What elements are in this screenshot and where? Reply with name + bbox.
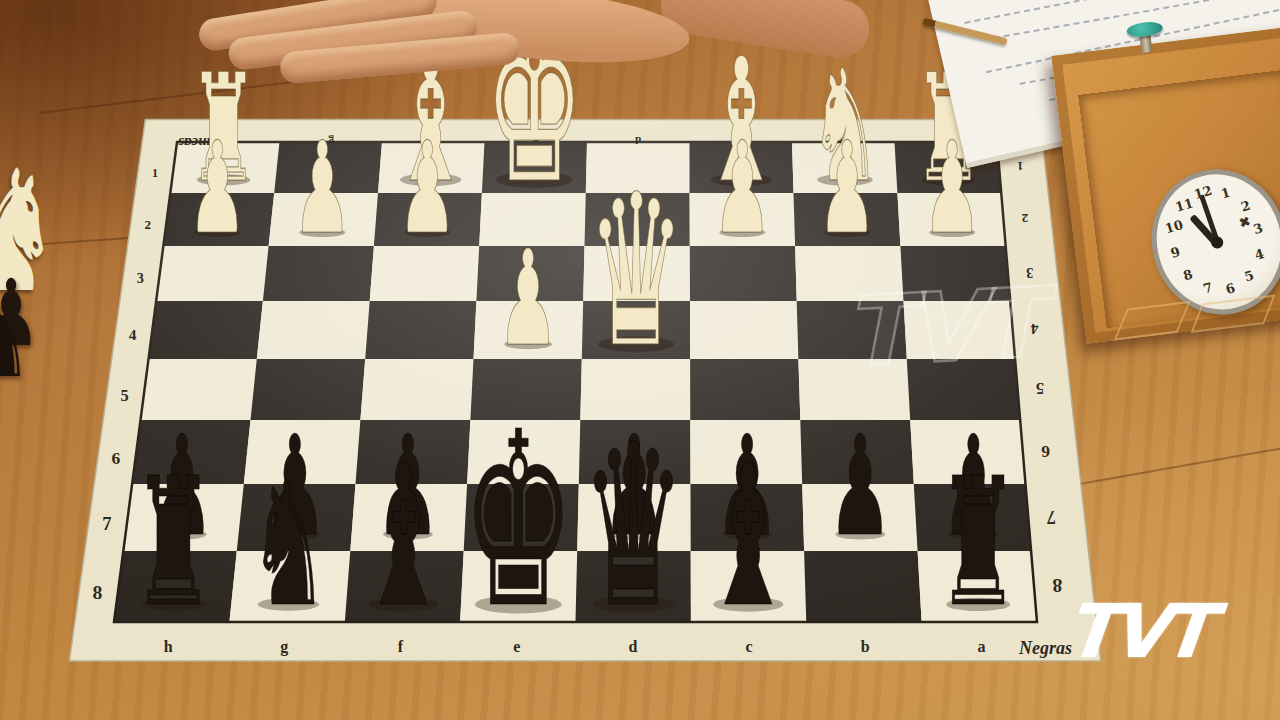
dial-center-cap [1210, 235, 1225, 250]
square-g4[interactable] [257, 301, 370, 359]
piece-white-pawn-g2[interactable]: ♟ [293, 114, 352, 262]
piece-black-rook-h8[interactable]: ♜ [132, 440, 215, 646]
piece-black-king-e8[interactable]: ♚ [462, 381, 574, 661]
clock-number-3: 3 [1252, 220, 1265, 237]
rank-label-left-5: 5 [120, 386, 128, 405]
piece-black-queen-d8[interactable]: ♛ [581, 396, 685, 657]
forearm [657, 0, 873, 62]
rank-label-right-8: 8 [1052, 575, 1062, 597]
clock-number-9: 9 [1169, 244, 1182, 261]
rank-label-left-7: 7 [102, 513, 111, 534]
chess-clock: ✖ 121234567891011 e [1051, 26, 1280, 344]
piece-black-pawn-b7[interactable]: ♟ [828, 406, 892, 567]
red-flag-marker: ✖ [1237, 213, 1252, 230]
clock-number-12: 12 [1192, 183, 1214, 202]
clock-number-1: 1 [1219, 185, 1232, 202]
tv-ghost-watermark: TVT [842, 267, 1041, 389]
square-f4[interactable] [365, 301, 476, 359]
piece-white-pawn-h2[interactable]: ♟ [188, 114, 247, 262]
clock-number-6: 6 [1224, 280, 1237, 297]
clock-number-11: 11 [1173, 195, 1195, 214]
clock-number-10: 10 [1163, 217, 1185, 236]
square-h4[interactable] [149, 301, 263, 359]
piece-white-pawn-e4[interactable]: ♟ [497, 221, 559, 375]
piece-white-queen-d4[interactable]: ♛ [587, 150, 685, 393]
rank-label-left-1: 1 [152, 166, 158, 180]
piece-black-bishop-f8[interactable]: ♝ [358, 424, 449, 651]
piece-black-bishop-c8[interactable]: ♝ [703, 424, 794, 651]
piece-white-pawn-c2[interactable]: ♟ [713, 114, 772, 262]
rank-label-left-8: 8 [93, 581, 103, 603]
rank-label-left-4: 4 [129, 326, 137, 343]
clock-face: ✖ 121234567891011 e [1078, 70, 1280, 328]
piece-white-pawn-b2[interactable]: ♟ [818, 114, 877, 262]
rank-label-right-6: 6 [1041, 442, 1050, 462]
rank-label-right-2: 2 [1022, 211, 1029, 226]
player-hand [190, 0, 850, 70]
square-c4[interactable] [690, 301, 798, 359]
clock-number-5: 5 [1243, 268, 1256, 285]
file-label-top-d: d [635, 135, 641, 147]
file-label-bottom-b: b [861, 638, 870, 655]
rank-label-left-6: 6 [112, 448, 121, 468]
clock-number-4: 4 [1253, 246, 1266, 263]
piece-black-knight-g8[interactable]: ♞ [249, 446, 329, 644]
piece-black-rook-a8[interactable]: ♜ [937, 440, 1020, 646]
rank-label-right-5: 5 [1036, 379, 1044, 398]
clock-number-2: 2 [1239, 198, 1252, 215]
piece-white-pawn-f2[interactable]: ♟ [398, 114, 457, 262]
rank-label-right-1: 1 [1017, 159, 1023, 173]
rank-label-left-3: 3 [137, 270, 144, 286]
captured-black-knight[interactable]: ♞ [0, 288, 32, 392]
clock-number-8: 8 [1181, 266, 1194, 283]
rank-label-right-7: 7 [1047, 507, 1056, 528]
rank-label-left-2: 2 [145, 217, 152, 232]
tv-channel-logo: TVT [1061, 588, 1210, 674]
clock-number-7: 7 [1202, 280, 1215, 297]
